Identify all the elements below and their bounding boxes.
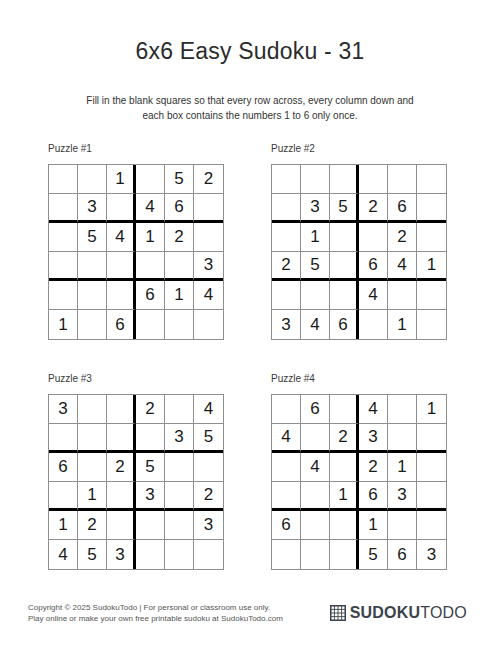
- cell-r3c1-empty: [272, 223, 301, 252]
- cell-r1c5-empty: [165, 395, 194, 424]
- cell-r6c6-empty: [417, 310, 446, 339]
- cell-r2c4-empty: [136, 424, 165, 453]
- cell-r1c5-empty: [388, 395, 417, 424]
- cell-r1c1-given: 3: [49, 395, 78, 424]
- cell-r2c3-empty: [107, 194, 136, 223]
- cell-r6c1-given: 3: [272, 310, 301, 339]
- cell-r1c3-empty: [330, 165, 359, 194]
- cell-r6c4-empty: [359, 310, 388, 339]
- cell-r3c2-empty: [78, 453, 107, 482]
- logo-text-sudoku: SUDOKU: [350, 604, 421, 621]
- cell-r1c2-empty: [78, 395, 107, 424]
- cell-r3c3-empty: [330, 453, 359, 482]
- cell-r3c6-empty: [417, 223, 446, 252]
- cell-r3c6-empty: [194, 453, 223, 482]
- footer-line2: Play online or make your own free printa…: [28, 613, 283, 624]
- cell-r4c2-given: 5: [301, 252, 330, 281]
- cell-r2c2-given: 3: [78, 194, 107, 223]
- cell-r6c2-given: 4: [301, 310, 330, 339]
- cell-r4c2-empty: [78, 252, 107, 281]
- instructions-line2: each box contains the numbers 1 to 6 onl…: [142, 110, 357, 121]
- puzzle-2-grid: 3526122564143461: [271, 164, 447, 340]
- cell-r6c3-given: 3: [107, 540, 136, 569]
- cell-r2c6-empty: [417, 424, 446, 453]
- cell-r3c6-empty: [194, 223, 223, 252]
- cell-r4c4-given: 3: [136, 482, 165, 511]
- cell-r5c1-empty: [49, 281, 78, 310]
- cell-r3c2-given: 5: [78, 223, 107, 252]
- cell-r6c1-given: 4: [49, 540, 78, 569]
- cell-r5c3-empty: [330, 511, 359, 540]
- cell-r4c1-empty: [49, 252, 78, 281]
- cell-r4c1-given: 2: [272, 252, 301, 281]
- cell-r6c4-empty: [136, 310, 165, 339]
- cell-r3c1-empty: [272, 453, 301, 482]
- cell-r4c6-given: 2: [194, 482, 223, 511]
- cell-r2c1-empty: [49, 194, 78, 223]
- logo-text: SUDOKUTODO: [350, 604, 467, 622]
- cell-r1c4-empty: [136, 165, 165, 194]
- cell-r2c1-empty: [272, 194, 301, 223]
- cell-r6c3-given: 6: [330, 310, 359, 339]
- cell-r2c6-empty: [194, 194, 223, 223]
- cell-r1c1-empty: [272, 165, 301, 194]
- cell-r3c5-given: 2: [165, 223, 194, 252]
- cell-r4c4-given: 6: [359, 482, 388, 511]
- cell-r1c2-empty: [78, 165, 107, 194]
- cell-r1c3-given: 1: [107, 165, 136, 194]
- cell-r6c5-empty: [165, 310, 194, 339]
- puzzle-4-label: Puzzle #4: [271, 373, 447, 385]
- cell-r6c6-given: 3: [417, 540, 446, 569]
- cell-r4c2-empty: [301, 482, 330, 511]
- cell-r3c1-given: 6: [49, 453, 78, 482]
- cell-r5c5-given: 1: [165, 281, 194, 310]
- cell-r2c4-given: 4: [136, 194, 165, 223]
- cell-r6c4-given: 5: [359, 540, 388, 569]
- cell-r1c4-given: 4: [359, 395, 388, 424]
- puzzle-2: Puzzle #2 3526122564143461: [271, 143, 447, 340]
- cell-r6c5-empty: [165, 540, 194, 569]
- footer-copyright: Copyright © 2025 SudokuTodo | For person…: [28, 602, 283, 624]
- cell-r2c5-given: 6: [165, 194, 194, 223]
- cell-r5c6-given: 4: [194, 281, 223, 310]
- puzzle-1-grid: 1523465412361416: [48, 164, 224, 340]
- cell-r5c2-empty: [301, 511, 330, 540]
- cell-r3c5-given: 1: [388, 453, 417, 482]
- cell-r2c4-given: 3: [359, 424, 388, 453]
- puzzle-3-label: Puzzle #3: [48, 373, 224, 385]
- cell-r6c2-given: 5: [78, 540, 107, 569]
- cell-r6c4-empty: [136, 540, 165, 569]
- cell-r4c4-given: 6: [359, 252, 388, 281]
- cell-r6c1-given: 1: [49, 310, 78, 339]
- puzzle-3-grid: 32435625132123453: [48, 394, 224, 570]
- cell-r2c4-given: 2: [359, 194, 388, 223]
- cell-r1c6-given: 4: [194, 395, 223, 424]
- cell-r4c4-empty: [136, 252, 165, 281]
- puzzle-1: Puzzle #1 1523465412361416: [48, 143, 224, 340]
- cell-r2c3-given: 5: [330, 194, 359, 223]
- cell-r1c4-given: 2: [136, 395, 165, 424]
- cell-r2c1-empty: [49, 424, 78, 453]
- cell-r2c5-given: 3: [165, 424, 194, 453]
- cell-r4c3-empty: [330, 252, 359, 281]
- cell-r1c2-given: 6: [301, 395, 330, 424]
- cell-r1c3-empty: [330, 395, 359, 424]
- cell-r5c4-given: 6: [136, 281, 165, 310]
- page-title: 6x6 Easy Sudoku - 31: [0, 38, 500, 65]
- cell-r5c6-empty: [417, 511, 446, 540]
- cell-r4c3-empty: [107, 482, 136, 511]
- puzzle-3: Puzzle #3 32435625132123453: [48, 373, 224, 570]
- puzzle-2-label: Puzzle #2: [271, 143, 447, 155]
- cell-r5c5-empty: [388, 281, 417, 310]
- cell-r1c5-empty: [388, 165, 417, 194]
- logo-text-todo: TODO: [420, 604, 467, 621]
- cell-r4c6-given: 1: [417, 252, 446, 281]
- cell-r4c2-given: 1: [78, 482, 107, 511]
- cell-r2c2-given: 3: [301, 194, 330, 223]
- cell-r6c2-empty: [78, 310, 107, 339]
- cell-r5c5-empty: [388, 511, 417, 540]
- cell-r1c4-empty: [359, 165, 388, 194]
- cell-r5c4-empty: [136, 511, 165, 540]
- cell-r3c4-given: 1: [136, 223, 165, 252]
- cell-r6c5-given: 6: [388, 540, 417, 569]
- cell-r6c5-given: 1: [388, 310, 417, 339]
- cell-r4c6-given: 3: [194, 252, 223, 281]
- cell-r4c1-empty: [272, 482, 301, 511]
- cell-r5c3-empty: [330, 281, 359, 310]
- cell-r3c4-empty: [359, 223, 388, 252]
- cell-r2c6-given: 5: [194, 424, 223, 453]
- cell-r1c6-empty: [417, 165, 446, 194]
- cell-r3c6-empty: [417, 453, 446, 482]
- cell-r2c2-empty: [301, 424, 330, 453]
- cell-r1c6-given: 1: [417, 395, 446, 424]
- cell-r3c4-given: 5: [136, 453, 165, 482]
- cell-r2c2-empty: [78, 424, 107, 453]
- cell-r2c3-given: 2: [330, 424, 359, 453]
- cell-r4c1-empty: [49, 482, 78, 511]
- cell-r1c5-given: 5: [165, 165, 194, 194]
- cell-r4c3-given: 1: [330, 482, 359, 511]
- sudoku-grid-icon: [330, 605, 346, 621]
- cell-r1c1-empty: [272, 395, 301, 424]
- instructions: Fill in the blank squares so that every …: [0, 93, 500, 123]
- cell-r5c4-given: 4: [359, 281, 388, 310]
- cell-r5c6-given: 3: [194, 511, 223, 540]
- cell-r4c5-empty: [165, 252, 194, 281]
- cell-r4c6-empty: [417, 482, 446, 511]
- cell-r2c6-empty: [417, 194, 446, 223]
- cell-r5c6-empty: [417, 281, 446, 310]
- puzzle-1-label: Puzzle #1: [48, 143, 224, 155]
- instructions-line1: Fill in the blank squares so that every …: [86, 95, 413, 106]
- sudokutodo-logo: SUDOKUTODO: [330, 604, 467, 622]
- cell-r6c1-empty: [272, 540, 301, 569]
- cell-r3c5-given: 2: [388, 223, 417, 252]
- cell-r4c5-given: 4: [388, 252, 417, 281]
- cell-r1c6-given: 2: [194, 165, 223, 194]
- cell-r3c2-given: 4: [301, 453, 330, 482]
- cell-r3c1-empty: [49, 223, 78, 252]
- puzzle-4-grid: 64142342116361563: [271, 394, 447, 570]
- cell-r3c4-given: 2: [359, 453, 388, 482]
- cell-r5c4-given: 1: [359, 511, 388, 540]
- cell-r5c3-empty: [107, 281, 136, 310]
- cell-r5c3-empty: [107, 511, 136, 540]
- cell-r5c1-given: 1: [49, 511, 78, 540]
- cell-r6c2-empty: [301, 540, 330, 569]
- cell-r4c5-empty: [165, 482, 194, 511]
- cell-r5c2-empty: [78, 281, 107, 310]
- cell-r6c3-empty: [330, 540, 359, 569]
- cell-r5c5-empty: [165, 511, 194, 540]
- cell-r3c2-given: 1: [301, 223, 330, 252]
- cell-r6c3-given: 6: [107, 310, 136, 339]
- cell-r2c5-given: 6: [388, 194, 417, 223]
- cell-r1c2-empty: [301, 165, 330, 194]
- cell-r6c6-empty: [194, 310, 223, 339]
- cell-r5c1-given: 6: [272, 511, 301, 540]
- cell-r3c3-given: 4: [107, 223, 136, 252]
- cell-r2c3-empty: [107, 424, 136, 453]
- cell-r4c3-empty: [107, 252, 136, 281]
- cell-r5c2-given: 2: [78, 511, 107, 540]
- cell-r3c3-given: 2: [107, 453, 136, 482]
- cell-r1c3-empty: [107, 395, 136, 424]
- sudoku-sheet: { "game": "6x6 Sudoku (easy, 2x3 boxes)"…: [0, 0, 500, 647]
- cell-r1c1-empty: [49, 165, 78, 194]
- cell-r2c5-empty: [388, 424, 417, 453]
- footer-line1: Copyright © 2025 SudokuTodo | For person…: [28, 602, 283, 613]
- puzzle-4: Puzzle #4 64142342116361563: [271, 373, 447, 570]
- cell-r3c3-empty: [330, 223, 359, 252]
- cell-r5c1-empty: [272, 281, 301, 310]
- cell-r4c5-given: 3: [388, 482, 417, 511]
- cell-r2c1-given: 4: [272, 424, 301, 453]
- cell-r5c2-empty: [301, 281, 330, 310]
- cell-r6c6-empty: [194, 540, 223, 569]
- cell-r3c5-empty: [165, 453, 194, 482]
